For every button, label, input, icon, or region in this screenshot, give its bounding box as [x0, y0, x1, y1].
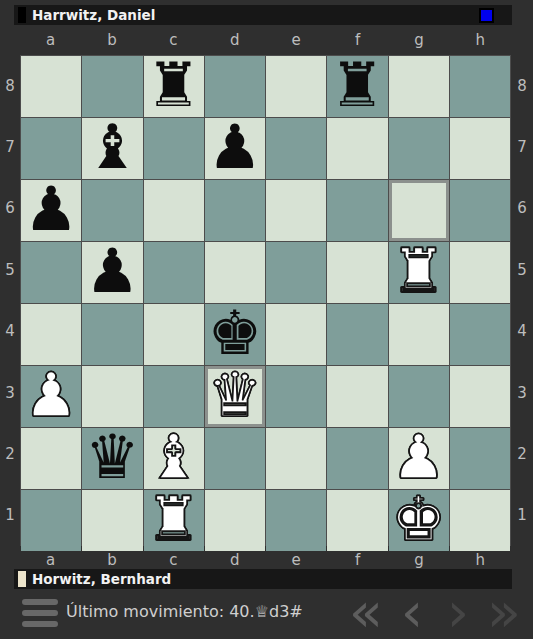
square-h6[interactable] — [450, 180, 510, 241]
square-d1[interactable] — [205, 490, 265, 551]
square-c8[interactable]: ♜ — [144, 56, 204, 117]
square-a4[interactable] — [21, 304, 81, 365]
square-h1[interactable] — [450, 490, 510, 551]
player-bar-top: Harrwitz, Daniel — [14, 5, 512, 25]
piece-white-rook[interactable]: ♜ — [391, 240, 446, 301]
file-label-a: a — [20, 27, 81, 53]
square-a3[interactable]: ♟ — [21, 366, 81, 427]
go-last-button[interactable]: » — [481, 590, 527, 634]
square-a6[interactable]: ♟ — [21, 180, 81, 241]
square-f6[interactable] — [327, 180, 387, 241]
square-f3[interactable] — [327, 366, 387, 427]
player-name-black: Harrwitz, Daniel — [32, 7, 155, 23]
piece-white-rook[interactable]: ♜ — [146, 488, 201, 549]
square-d2[interactable] — [205, 428, 265, 489]
square-c4[interactable] — [144, 304, 204, 365]
square-g6[interactable] — [389, 180, 449, 241]
black-side-indicator — [18, 7, 26, 23]
piece-black-rook[interactable]: ♜ — [146, 54, 201, 115]
square-g8[interactable] — [389, 56, 449, 117]
square-g7[interactable] — [389, 118, 449, 179]
square-e4[interactable] — [266, 304, 326, 365]
piece-black-pawn[interactable]: ♟ — [24, 178, 79, 239]
square-g4[interactable] — [389, 304, 449, 365]
square-b6[interactable] — [82, 180, 142, 241]
square-b3[interactable] — [82, 366, 142, 427]
square-c6[interactable] — [144, 180, 204, 241]
square-h3[interactable] — [450, 366, 510, 427]
rank-label-7: 7 — [0, 116, 20, 177]
square-a2[interactable] — [21, 428, 81, 489]
square-h7[interactable] — [450, 118, 510, 179]
player-name-white: Horwitz, Bernhard — [32, 571, 171, 587]
square-c5[interactable] — [144, 242, 204, 303]
rank-labels-left: 87654321 — [0, 55, 20, 546]
square-h4[interactable] — [450, 304, 510, 365]
square-d5[interactable] — [205, 242, 265, 303]
rank-label-1: 1 — [0, 485, 20, 546]
square-d3[interactable]: ♛ — [205, 366, 265, 427]
square-b1[interactable] — [82, 490, 142, 551]
piece-black-pawn[interactable]: ♟ — [85, 240, 140, 301]
square-d4[interactable]: ♚ — [205, 304, 265, 365]
square-g2[interactable]: ♟ — [389, 428, 449, 489]
go-first-button[interactable]: « — [343, 590, 389, 634]
rank-label-8: 8 — [511, 55, 533, 116]
piece-black-pawn[interactable]: ♟ — [208, 116, 263, 177]
piece-black-king[interactable]: ♚ — [208, 302, 263, 363]
square-b5[interactable]: ♟ — [82, 242, 142, 303]
player-bar-bottom: Horwitz, Bernhard — [14, 569, 512, 589]
square-e3[interactable] — [266, 366, 326, 427]
go-previous-button[interactable]: ‹ — [389, 590, 435, 634]
square-f8[interactable]: ♜ — [327, 56, 387, 117]
square-f2[interactable] — [327, 428, 387, 489]
square-h8[interactable] — [450, 56, 510, 117]
white-side-indicator — [18, 571, 26, 587]
piece-white-pawn[interactable]: ♟ — [24, 364, 79, 425]
chess-app: Harrwitz, Daniel abcdefgh 87654321 87654… — [0, 0, 533, 639]
piece-white-queen[interactable]: ♛ — [208, 364, 263, 425]
rank-label-2: 2 — [511, 423, 533, 484]
file-label-e: e — [266, 27, 327, 53]
square-e5[interactable] — [266, 242, 326, 303]
square-g3[interactable] — [389, 366, 449, 427]
piece-black-queen[interactable]: ♛ — [85, 426, 140, 487]
hamburger-menu-icon[interactable] — [22, 599, 58, 629]
piece-white-bishop[interactable]: ♝ — [146, 426, 201, 487]
square-a5[interactable] — [21, 242, 81, 303]
file-label-d: d — [204, 27, 265, 53]
move-navigation: « ‹ › » — [343, 589, 527, 635]
square-g5[interactable]: ♜ — [389, 242, 449, 303]
piece-black-bishop[interactable]: ♝ — [85, 116, 140, 177]
square-g1[interactable]: ♚ — [389, 490, 449, 551]
rank-label-6: 6 — [0, 178, 20, 239]
square-h2[interactable] — [450, 428, 510, 489]
square-e1[interactable] — [266, 490, 326, 551]
square-f7[interactable] — [327, 118, 387, 179]
square-a8[interactable] — [21, 56, 81, 117]
square-d6[interactable] — [205, 180, 265, 241]
square-f1[interactable] — [327, 490, 387, 551]
rank-label-1: 1 — [511, 485, 533, 546]
file-label-h: h — [450, 27, 511, 53]
rank-label-5: 5 — [0, 239, 20, 300]
square-d8[interactable] — [205, 56, 265, 117]
square-c1[interactable]: ♜ — [144, 490, 204, 551]
square-f5[interactable] — [327, 242, 387, 303]
square-b4[interactable] — [82, 304, 142, 365]
piece-white-king[interactable]: ♚ — [391, 488, 446, 549]
go-next-button[interactable]: › — [435, 590, 481, 634]
square-c7[interactable] — [144, 118, 204, 179]
square-a7[interactable] — [21, 118, 81, 179]
piece-black-rook[interactable]: ♜ — [330, 54, 385, 115]
square-d7[interactable]: ♟ — [205, 118, 265, 179]
rank-label-3: 3 — [511, 362, 533, 423]
square-e8[interactable] — [266, 56, 326, 117]
rank-label-7: 7 — [511, 116, 533, 177]
file-label-g: g — [388, 27, 449, 53]
rank-labels-right: 87654321 — [511, 55, 533, 546]
rank-label-4: 4 — [511, 301, 533, 362]
square-c2[interactable]: ♝ — [144, 428, 204, 489]
square-a1[interactable] — [21, 490, 81, 551]
square-e2[interactable] — [266, 428, 326, 489]
rank-label-6: 6 — [511, 178, 533, 239]
rank-label-5: 5 — [511, 239, 533, 300]
blue-square-marker — [479, 8, 494, 23]
square-b7[interactable]: ♝ — [82, 118, 142, 179]
square-f4[interactable] — [327, 304, 387, 365]
square-e6[interactable] — [266, 180, 326, 241]
chess-board: ♜♜♝♟♟♟♜♚♟♛♛♝♟♜♚ — [20, 55, 511, 546]
square-h5[interactable] — [450, 242, 510, 303]
square-b8[interactable] — [82, 56, 142, 117]
last-move-status: Último movimiento: 40.♕d3# — [66, 589, 303, 633]
rank-label-2: 2 — [0, 423, 20, 484]
square-b2[interactable]: ♛ — [82, 428, 142, 489]
file-label-b: b — [81, 27, 142, 53]
square-c3[interactable] — [144, 366, 204, 427]
rank-label-4: 4 — [0, 301, 20, 362]
bottom-toolbar: Último movimiento: 40.♕d3# « ‹ › » — [0, 589, 533, 639]
rank-label-3: 3 — [0, 362, 20, 423]
piece-white-pawn[interactable]: ♟ — [391, 426, 446, 487]
square-e7[interactable] — [266, 118, 326, 179]
rank-label-8: 8 — [0, 55, 20, 116]
file-labels-top: abcdefgh — [20, 27, 511, 53]
